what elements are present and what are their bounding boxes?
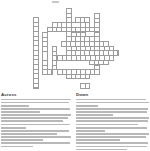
clue-text-line-illegible: [76, 117, 149, 119]
grid-word-across: [80, 83, 90, 89]
across-clues-column: [1, 99, 71, 149]
clue-text-line-illegible: [76, 139, 120, 141]
clue-text-line-illegible: [1, 117, 68, 119]
clue-text-line-illegible: [1, 130, 69, 132]
clue-text-line-illegible: [76, 105, 98, 107]
clue-text-line-illegible: [76, 124, 138, 126]
clue-text-line-illegible: [1, 99, 71, 101]
clue-text-line-illegible: [76, 111, 147, 113]
clue-text-line-illegible: [76, 108, 148, 110]
crossword-worksheet-page: Across Down: [0, 0, 150, 150]
grid-word-across: [42, 69, 52, 75]
clue-text-line-illegible: [76, 120, 148, 122]
clue-text-line-illegible: [1, 105, 29, 107]
clue-text-line-illegible: [1, 133, 57, 135]
grid-word-across: [89, 60, 109, 66]
grid-word-across: [66, 74, 91, 80]
clue-text-line-illegible: [76, 130, 105, 132]
clue-text-line-illegible: [76, 133, 149, 135]
across-header: Across: [1, 93, 17, 98]
clue-text-line-illegible: [1, 136, 71, 138]
clue-text-line-illegible: [76, 136, 146, 138]
clue-text-line-illegible: [1, 114, 71, 116]
grid-word-down: [33, 17, 39, 89]
clue-text-line-illegible: [76, 127, 147, 129]
clue-text-line-illegible: [76, 99, 146, 101]
clue-text-line-illegible: [1, 111, 40, 113]
clue-text-line-illegible: [1, 142, 70, 144]
clue-text-line-illegible: [1, 127, 26, 129]
clue-text-line-illegible: [1, 102, 69, 104]
clue-text-line-illegible: [1, 139, 43, 141]
clue-text-line-illegible: [76, 102, 149, 104]
clue-text-line-illegible: [1, 124, 70, 126]
clue-text-line-illegible: [1, 146, 33, 148]
clue-text-line-illegible: [76, 146, 147, 148]
clue-text-line-illegible: [76, 142, 148, 144]
clue-text-line-illegible: [76, 149, 127, 150]
clue-text-line-illegible: [1, 108, 70, 110]
down-clues-column: [76, 99, 149, 151]
clue-text-line-illegible: [1, 120, 63, 122]
down-header: Down: [76, 93, 88, 98]
clue-text-line-illegible: [76, 114, 113, 116]
